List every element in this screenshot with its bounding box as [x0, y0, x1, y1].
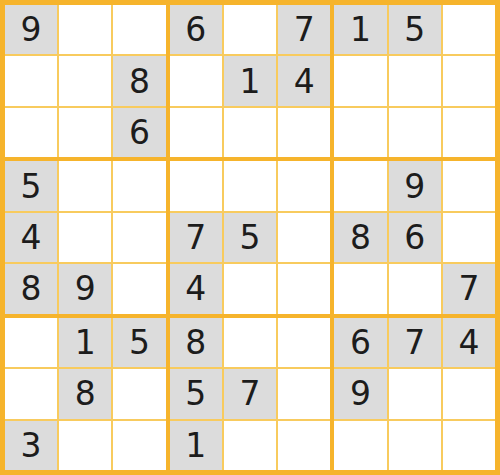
cell-r6c9[interactable]: 7: [443, 264, 495, 313]
cell-r6c6[interactable]: [278, 264, 330, 313]
cell-r3c2[interactable]: [59, 108, 111, 157]
cell-r3c4[interactable]: [170, 108, 222, 157]
cell-r2c1[interactable]: [5, 56, 57, 105]
cell-r3c6[interactable]: [278, 108, 330, 157]
cell-r2c7[interactable]: [334, 56, 386, 105]
cell-r2c9[interactable]: [443, 56, 495, 105]
cell-r4c8[interactable]: 9: [389, 161, 441, 210]
cell-r8c9[interactable]: [443, 369, 495, 418]
cell-r2c5[interactable]: 1: [224, 56, 276, 105]
box-6: 9867: [334, 161, 495, 313]
cell-r5c4[interactable]: 7: [170, 213, 222, 262]
cell-r3c8[interactable]: [389, 108, 441, 157]
cell-r5c7[interactable]: 8: [334, 213, 386, 262]
cell-r7c1[interactable]: [5, 318, 57, 367]
box-3: 15: [334, 5, 495, 157]
cell-r1c2[interactable]: [59, 5, 111, 54]
cell-r3c7[interactable]: [334, 108, 386, 157]
cell-r7c4[interactable]: 8: [170, 318, 222, 367]
cell-r3c9[interactable]: [443, 108, 495, 157]
cell-r2c2[interactable]: [59, 56, 111, 105]
cell-r1c3[interactable]: [113, 5, 165, 54]
cell-r5c1[interactable]: 4: [5, 213, 57, 262]
cell-r4c9[interactable]: [443, 161, 495, 210]
cell-r5c3[interactable]: [113, 213, 165, 262]
cell-r8c8[interactable]: [389, 369, 441, 418]
cell-r1c5[interactable]: [224, 5, 276, 54]
box-2: 6714: [170, 5, 331, 157]
cell-r9c2[interactable]: [59, 421, 111, 470]
cell-r7c7[interactable]: 6: [334, 318, 386, 367]
cell-r6c1[interactable]: 8: [5, 264, 57, 313]
cell-r1c1[interactable]: 9: [5, 5, 57, 54]
cell-r6c4[interactable]: 4: [170, 264, 222, 313]
cell-r9c7[interactable]: [334, 421, 386, 470]
cell-r5c9[interactable]: [443, 213, 495, 262]
cell-r1c4[interactable]: 6: [170, 5, 222, 54]
cell-r5c8[interactable]: 6: [389, 213, 441, 262]
cell-r4c4[interactable]: [170, 161, 222, 210]
cell-r2c4[interactable]: [170, 56, 222, 105]
cell-r8c7[interactable]: 9: [334, 369, 386, 418]
box-5: 754: [170, 161, 331, 313]
sudoku-board: 98667141554897549867158385716749: [0, 0, 500, 475]
cell-r2c3[interactable]: 8: [113, 56, 165, 105]
cell-r7c5[interactable]: [224, 318, 276, 367]
cell-r9c6[interactable]: [278, 421, 330, 470]
cell-r8c4[interactable]: 5: [170, 369, 222, 418]
box-9: 6749: [334, 318, 495, 470]
cell-r7c9[interactable]: 4: [443, 318, 495, 367]
cell-r9c8[interactable]: [389, 421, 441, 470]
cell-r3c1[interactable]: [5, 108, 57, 157]
cell-r2c8[interactable]: [389, 56, 441, 105]
cell-r1c7[interactable]: 1: [334, 5, 386, 54]
cell-r7c2[interactable]: 1: [59, 318, 111, 367]
cell-r3c5[interactable]: [224, 108, 276, 157]
cell-r9c1[interactable]: 3: [5, 421, 57, 470]
cell-r4c1[interactable]: 5: [5, 161, 57, 210]
cell-r9c4[interactable]: 1: [170, 421, 222, 470]
cell-r5c6[interactable]: [278, 213, 330, 262]
cell-r8c6[interactable]: [278, 369, 330, 418]
cell-r1c6[interactable]: 7: [278, 5, 330, 54]
box-4: 5489: [5, 161, 166, 313]
cell-r4c7[interactable]: [334, 161, 386, 210]
cell-r4c2[interactable]: [59, 161, 111, 210]
box-8: 8571: [170, 318, 331, 470]
cell-r1c9[interactable]: [443, 5, 495, 54]
cell-r4c6[interactable]: [278, 161, 330, 210]
cell-r9c5[interactable]: [224, 421, 276, 470]
cell-r6c7[interactable]: [334, 264, 386, 313]
cell-r7c3[interactable]: 5: [113, 318, 165, 367]
box-7: 1583: [5, 318, 166, 470]
cell-r8c2[interactable]: 8: [59, 369, 111, 418]
cell-r4c3[interactable]: [113, 161, 165, 210]
cell-r3c3[interactable]: 6: [113, 108, 165, 157]
cell-r7c6[interactable]: [278, 318, 330, 367]
cell-r1c8[interactable]: 5: [389, 5, 441, 54]
cell-r6c3[interactable]: [113, 264, 165, 313]
cell-r9c9[interactable]: [443, 421, 495, 470]
cell-r8c5[interactable]: 7: [224, 369, 276, 418]
cell-r6c8[interactable]: [389, 264, 441, 313]
cell-r8c1[interactable]: [5, 369, 57, 418]
box-1: 986: [5, 5, 166, 157]
cell-r8c3[interactable]: [113, 369, 165, 418]
cell-r2c6[interactable]: 4: [278, 56, 330, 105]
cell-r5c5[interactable]: 5: [224, 213, 276, 262]
cell-r6c2[interactable]: 9: [59, 264, 111, 313]
cell-r7c8[interactable]: 7: [389, 318, 441, 367]
cell-r6c5[interactable]: [224, 264, 276, 313]
cell-r4c5[interactable]: [224, 161, 276, 210]
cell-r9c3[interactable]: [113, 421, 165, 470]
cell-r5c2[interactable]: [59, 213, 111, 262]
